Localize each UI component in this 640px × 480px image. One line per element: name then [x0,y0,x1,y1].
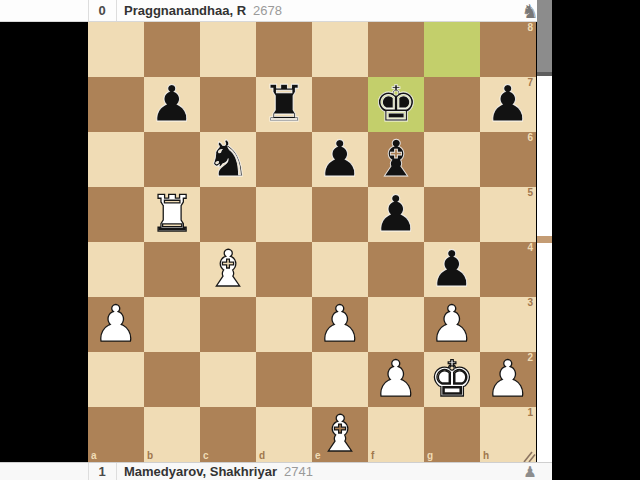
white-rook[interactable]: ♜ [150,187,195,242]
file-label-g: g [427,451,433,461]
white-bishop[interactable]: ♝ [318,407,363,462]
white-pawn[interactable]: ♟ [486,352,531,407]
square-b2[interactable] [144,352,200,407]
black-pawn[interactable]: ♟ [318,132,363,187]
black-bishop[interactable]: ♝ [374,132,419,187]
square-a7[interactable] [88,77,144,132]
top-player-name: Praggnanandhaa, R2678 [124,3,282,18]
black-king[interactable]: ♚ [374,77,419,132]
square-b6[interactable] [144,132,200,187]
square-d7[interactable]: ♜ [256,77,312,132]
square-f1[interactable]: f [368,407,424,462]
top-player-name-text: Praggnanandhaa, R [124,3,246,18]
black-pawn[interactable]: ♟ [486,77,531,132]
square-c4[interactable]: ♝ [200,242,256,297]
top-player-score: 0 [88,3,116,18]
square-h8[interactable]: 8 [480,22,536,77]
white-pawn[interactable]: ♟ [318,297,363,352]
rank-label-1: 1 [527,408,533,418]
square-c5[interactable] [200,187,256,242]
bar-divider [116,463,117,480]
square-d1[interactable]: d [256,407,312,462]
bottom-player-rating: 2741 [284,464,313,479]
rank-label-6: 6 [527,133,533,143]
rank-label-2: 2 [527,353,533,363]
square-c7[interactable] [200,77,256,132]
bottom-player-name-text: Mamedyarov, Shakhriyar [124,464,277,479]
file-label-a: a [91,451,97,461]
white-pawn[interactable]: ♟ [430,297,475,352]
board: 8♟♜♚♟7♞♟♝6♜♟5♝♟4♟♟♟3♟♚♟2abcd♝efgh1 [88,22,536,462]
square-d5[interactable] [256,187,312,242]
square-d6[interactable] [256,132,312,187]
square-e3[interactable]: ♟ [312,297,368,352]
file-label-f: f [371,451,374,461]
top-player-rating: 2678 [253,3,282,18]
square-c8[interactable] [200,22,256,77]
square-d8[interactable] [256,22,312,77]
square-e6[interactable]: ♟ [312,132,368,187]
rank-label-3: 3 [527,298,533,308]
black-knight[interactable]: ♞ [206,132,251,187]
square-b3[interactable] [144,297,200,352]
black-pawn[interactable]: ♟ [374,187,419,242]
white-king[interactable]: ♚ [430,352,475,407]
rank-label-7: 7 [527,78,533,88]
square-g8[interactable] [424,22,480,77]
white-bishop[interactable]: ♝ [206,242,251,297]
rank-label-4: 4 [527,243,533,253]
square-f2[interactable]: ♟ [368,352,424,407]
square-f3[interactable] [368,297,424,352]
square-g5[interactable] [424,187,480,242]
bottom-player-bar: 1 Mamedyarov, Shakhriyar2741 ♟ [0,462,552,480]
bottom-player-name: Mamedyarov, Shakhriyar2741 [124,464,313,479]
pawn-icon: ♟ [519,463,541,480]
square-h2[interactable]: ♟2 [480,352,536,407]
square-c1[interactable]: c [200,407,256,462]
square-a5[interactable] [88,187,144,242]
square-e7[interactable] [312,77,368,132]
square-h4[interactable]: 4 [480,242,536,297]
top-player-bar: 0 Praggnanandhaa, R2678 ♞ [0,0,552,22]
file-label-c: c [203,451,209,461]
rank-label-5: 5 [527,188,533,198]
square-g3[interactable]: ♟ [424,297,480,352]
square-e4[interactable] [312,242,368,297]
bottom-player-score: 1 [88,464,116,479]
square-f5[interactable]: ♟ [368,187,424,242]
black-rook[interactable]: ♜ [262,77,307,132]
square-f4[interactable] [368,242,424,297]
square-d2[interactable] [256,352,312,407]
square-c2[interactable] [200,352,256,407]
scrollbar-marker [537,236,552,243]
square-f7[interactable]: ♚ [368,77,424,132]
square-c6[interactable]: ♞ [200,132,256,187]
square-b1[interactable]: b [144,407,200,462]
square-b8[interactable] [144,22,200,77]
square-a6[interactable] [88,132,144,187]
square-e5[interactable] [312,187,368,242]
square-g4[interactable]: ♟ [424,242,480,297]
square-h3[interactable]: 3 [480,297,536,352]
bar-divider [116,0,117,21]
square-a1[interactable]: a [88,407,144,462]
app-window: 0 Praggnanandhaa, R2678 ♞ 8♟♜♚♟7♞♟♝6♜♟5♝… [0,0,640,480]
square-f6[interactable]: ♝ [368,132,424,187]
square-f8[interactable] [368,22,424,77]
square-b7[interactable]: ♟ [144,77,200,132]
square-a4[interactable] [88,242,144,297]
white-pawn[interactable]: ♟ [374,352,419,407]
square-d4[interactable] [256,242,312,297]
scrollbar-thumb[interactable] [537,0,552,76]
scrollbar-track[interactable] [537,0,552,462]
square-a8[interactable] [88,22,144,77]
square-a3[interactable]: ♟ [88,297,144,352]
white-pawn[interactable]: ♟ [94,297,139,352]
file-label-d: d [259,451,265,461]
square-g1[interactable]: g [424,407,480,462]
square-g6[interactable] [424,132,480,187]
file-label-h: h [483,451,489,461]
square-a2[interactable] [88,352,144,407]
file-label-b: b [147,451,153,461]
resize-handle-icon[interactable] [520,449,536,461]
square-e8[interactable] [312,22,368,77]
black-pawn[interactable]: ♟ [430,242,475,297]
square-b4[interactable] [144,242,200,297]
square-d3[interactable] [256,297,312,352]
square-b5[interactable]: ♜ [144,187,200,242]
rank-label-8: 8 [527,23,533,33]
file-label-e: e [315,451,321,461]
square-e2[interactable] [312,352,368,407]
square-g7[interactable] [424,77,480,132]
square-c3[interactable] [200,297,256,352]
square-h7[interactable]: ♟7 [480,77,536,132]
black-pawn[interactable]: ♟ [150,77,195,132]
square-e1[interactable]: ♝e [312,407,368,462]
square-g2[interactable]: ♚ [424,352,480,407]
square-h6[interactable]: 6 [480,132,536,187]
square-h5[interactable]: 5 [480,187,536,242]
